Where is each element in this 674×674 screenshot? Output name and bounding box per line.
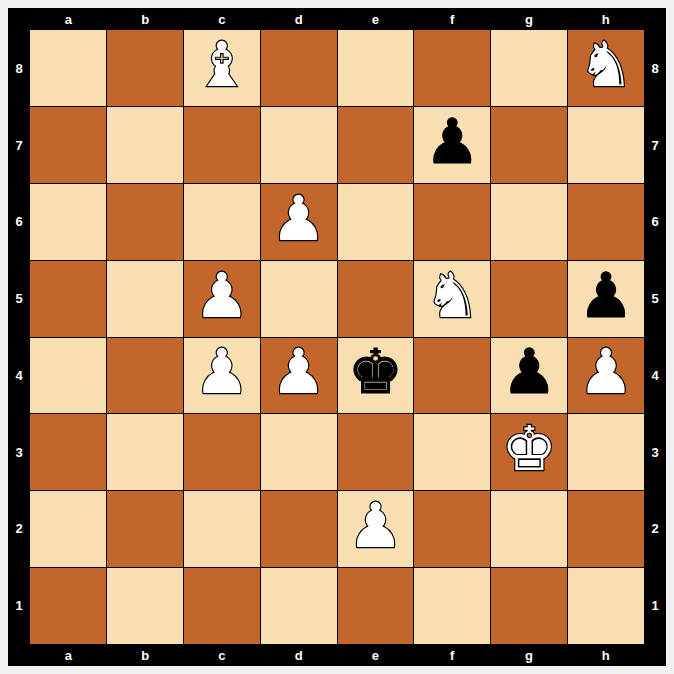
square-d5[interactable] [261,261,337,337]
square-g1[interactable] [491,568,567,644]
piece-white-pawn-d6[interactable]: ♟ [271,188,327,250]
piece-white-knight-f5[interactable]: ♞ [425,265,481,327]
square-g2[interactable] [491,491,567,567]
square-a8[interactable] [30,30,106,106]
file-labels-top: abcdefgh [30,8,644,30]
file-label-f: f [414,644,491,666]
rank-label-2: 2 [644,491,666,568]
square-h5[interactable]: ♟ [568,261,644,337]
square-e8[interactable] [338,30,414,106]
rank-label-3: 3 [8,414,30,491]
rank-label-8: 8 [8,30,30,107]
square-h4[interactable]: ♟ [568,338,644,414]
file-label-h: h [567,8,644,30]
square-c7[interactable] [184,107,260,183]
file-label-f: f [414,8,491,30]
rank-label-1: 1 [644,567,666,644]
file-label-g: g [491,644,568,666]
file-label-g: g [491,8,568,30]
square-c8[interactable]: ♝ [184,30,260,106]
square-e2[interactable]: ♟ [338,491,414,567]
square-d7[interactable] [261,107,337,183]
file-label-h: h [567,644,644,666]
square-d6[interactable]: ♟ [261,184,337,260]
square-b7[interactable] [107,107,183,183]
square-d2[interactable] [261,491,337,567]
rank-label-2: 2 [8,491,30,568]
square-f6[interactable] [414,184,490,260]
square-c4[interactable]: ♟ [184,338,260,414]
square-b1[interactable] [107,568,183,644]
square-g4[interactable]: ♟ [491,338,567,414]
chess-board-frame: abcdefgh abcdefgh 87654321 87654321 ♝♞♟♟… [8,8,666,666]
piece-white-pawn-d4[interactable]: ♟ [271,341,327,403]
file-label-b: b [107,644,184,666]
file-label-e: e [337,644,414,666]
rank-label-6: 6 [8,184,30,261]
piece-white-bishop-c8[interactable]: ♝ [194,34,250,96]
square-a4[interactable] [30,338,106,414]
rank-labels-left: 87654321 [8,30,30,644]
square-b4[interactable] [107,338,183,414]
rank-label-4: 4 [644,337,666,414]
square-a7[interactable] [30,107,106,183]
square-d1[interactable] [261,568,337,644]
file-label-a: a [30,644,107,666]
square-f7[interactable]: ♟ [414,107,490,183]
square-g6[interactable] [491,184,567,260]
chess-board-grid: ♝♞♟♟♟♞♟♟♟♚♟♟♚♟ [30,30,644,644]
square-a5[interactable] [30,261,106,337]
square-f2[interactable] [414,491,490,567]
square-e3[interactable] [338,414,414,490]
square-e6[interactable] [338,184,414,260]
square-a3[interactable] [30,414,106,490]
rank-label-1: 1 [8,567,30,644]
file-label-a: a [30,8,107,30]
square-d4[interactable]: ♟ [261,338,337,414]
file-label-d: d [260,644,337,666]
rank-label-6: 6 [644,184,666,261]
square-c5[interactable]: ♟ [184,261,260,337]
square-d8[interactable] [261,30,337,106]
square-h6[interactable] [568,184,644,260]
piece-white-pawn-c4[interactable]: ♟ [194,341,250,403]
square-g7[interactable] [491,107,567,183]
rank-label-7: 7 [8,107,30,184]
square-c1[interactable] [184,568,260,644]
file-label-d: d [260,8,337,30]
square-c3[interactable] [184,414,260,490]
rank-label-3: 3 [644,414,666,491]
rank-label-7: 7 [644,107,666,184]
square-g5[interactable] [491,261,567,337]
square-b8[interactable] [107,30,183,106]
square-e4[interactable]: ♚ [338,338,414,414]
square-g8[interactable] [491,30,567,106]
square-h3[interactable] [568,414,644,490]
square-a6[interactable] [30,184,106,260]
square-f1[interactable] [414,568,490,644]
square-h8[interactable]: ♞ [568,30,644,106]
piece-black-pawn-f7[interactable]: ♟ [425,111,481,173]
square-b3[interactable] [107,414,183,490]
square-e5[interactable] [338,261,414,337]
square-h2[interactable] [568,491,644,567]
square-h7[interactable] [568,107,644,183]
square-b2[interactable] [107,491,183,567]
piece-white-pawn-c5[interactable]: ♟ [194,265,250,327]
page-root: abcdefgh abcdefgh 87654321 87654321 ♝♞♟♟… [0,0,674,674]
piece-black-pawn-h5[interactable]: ♟ [578,265,634,327]
square-c2[interactable] [184,491,260,567]
square-c6[interactable] [184,184,260,260]
square-b6[interactable] [107,184,183,260]
square-e1[interactable] [338,568,414,644]
square-g3[interactable]: ♚ [491,414,567,490]
square-b5[interactable] [107,261,183,337]
rank-label-5: 5 [644,260,666,337]
piece-white-pawn-h4[interactable]: ♟ [578,341,634,403]
square-f4[interactable] [414,338,490,414]
square-d3[interactable] [261,414,337,490]
file-label-e: e [337,8,414,30]
file-labels-bottom: abcdefgh [30,644,644,666]
piece-white-knight-h8[interactable]: ♞ [578,34,634,96]
square-f5[interactable]: ♞ [414,261,490,337]
square-h1[interactable] [568,568,644,644]
square-f3[interactable] [414,414,490,490]
file-label-b: b [107,8,184,30]
piece-white-pawn-e2[interactable]: ♟ [348,495,404,557]
piece-black-pawn-g4[interactable]: ♟ [501,341,557,403]
square-a2[interactable] [30,491,106,567]
rank-label-8: 8 [644,30,666,107]
file-label-c: c [184,8,261,30]
file-label-c: c [184,644,261,666]
rank-labels-right: 87654321 [644,30,666,644]
square-f8[interactable] [414,30,490,106]
square-e7[interactable] [338,107,414,183]
piece-black-king-e4[interactable]: ♚ [348,341,404,403]
piece-white-king-g3[interactable]: ♚ [501,418,557,480]
rank-label-4: 4 [8,337,30,414]
rank-label-5: 5 [8,260,30,337]
square-a1[interactable] [30,568,106,644]
